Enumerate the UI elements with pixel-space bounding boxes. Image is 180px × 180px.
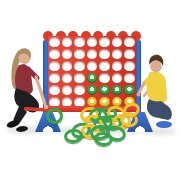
- board-cell-r3c3: [73, 60, 86, 72]
- board-cell-r3c5: [98, 60, 111, 72]
- empty-hole: [74, 73, 85, 84]
- green-disc: [112, 85, 123, 96]
- board-cell-r1c6: [111, 36, 124, 48]
- empty-hole: [87, 37, 98, 48]
- boy-arm: [139, 83, 144, 93]
- board-cell-r1c5: [98, 36, 111, 48]
- green-loose-ring: [46, 108, 63, 124]
- empty-hole: [112, 49, 123, 60]
- board-cell-r4c4: [86, 72, 99, 84]
- empty-hole: [112, 61, 123, 72]
- green-disc: [87, 85, 98, 96]
- empty-hole: [74, 61, 85, 72]
- board-cell-r5c3: [73, 84, 86, 96]
- board-cell-r1c4: [86, 36, 99, 48]
- green-loose-ring: [63, 128, 83, 144]
- empty-hole: [99, 49, 110, 60]
- board-cell-r2c6: [111, 48, 124, 60]
- board-cell-r4c5: [98, 72, 111, 84]
- board-cell-r5c6: [111, 84, 124, 96]
- empty-hole: [99, 61, 110, 72]
- empty-hole: [99, 37, 110, 48]
- green-loose-ring: [93, 131, 113, 146]
- girl-hand: [44, 105, 49, 110]
- board-cell-r3c4: [86, 60, 99, 72]
- board-cell-r5c4: [86, 84, 99, 96]
- empty-hole: [74, 49, 85, 60]
- board-cell-r1c3: [73, 36, 86, 48]
- product-photo-stage: [0, 0, 180, 180]
- empty-hole: [124, 37, 135, 48]
- board-cell-r5c5: [98, 84, 111, 96]
- empty-hole: [74, 85, 85, 96]
- board-cell-r2c5: [98, 48, 111, 60]
- girl-shoe-right: [16, 125, 29, 132]
- board-cell-r1c7: [123, 36, 136, 48]
- empty-hole: [112, 37, 123, 48]
- girl-arm: [36, 77, 45, 104]
- boy-shoe: [156, 121, 172, 128]
- board-cell-r3c6: [111, 60, 124, 72]
- board-cell-r4c3: [73, 72, 86, 84]
- board-cell-r4c6: [111, 72, 124, 84]
- empty-hole: [87, 49, 98, 60]
- boy-hand: [137, 93, 141, 97]
- green-disc: [87, 73, 98, 84]
- empty-hole: [74, 37, 85, 48]
- empty-hole: [112, 73, 123, 84]
- board-cell-r2c3: [73, 48, 86, 60]
- empty-hole: [99, 73, 110, 84]
- boy-head: [150, 61, 162, 73]
- board-cell-r2c4: [86, 48, 99, 60]
- boy-jeans: [147, 99, 172, 120]
- empty-hole: [87, 61, 98, 72]
- green-disc: [99, 85, 110, 96]
